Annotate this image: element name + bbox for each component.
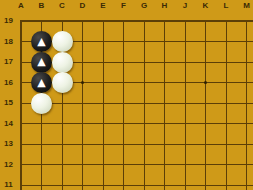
column-label-H: H [159, 1, 171, 11]
grid-vline-H [164, 20, 165, 190]
row-label-17: 17 [1, 57, 16, 67]
grid-vline-J [185, 20, 186, 190]
grid-vline-M [246, 20, 247, 190]
grid-hline-19 [20, 20, 253, 22]
go-board[interactable]: ABCDEFGHJKLM 191817161514131211 ▲▲▲ [0, 0, 253, 190]
stone-white-C16 [52, 72, 73, 93]
column-label-L: L [220, 1, 232, 11]
column-label-A: A [15, 1, 27, 11]
column-label-F: F [118, 1, 130, 11]
triangle-mark-B18: ▲ [31, 31, 52, 52]
stone-white-C17 [52, 52, 73, 73]
grid-vline-K [205, 20, 206, 190]
column-label-C: C [56, 1, 68, 11]
column-label-E: E [97, 1, 109, 11]
grid-hline-15 [20, 103, 253, 104]
grid-vline-L [226, 20, 227, 190]
stone-white-B15 [31, 93, 52, 114]
star-point-D16 [81, 81, 84, 84]
go-app-screenshot: ABCDEFGHJKLM 191817161514131211 ▲▲▲ [0, 0, 253, 190]
column-label-B: B [36, 1, 48, 11]
row-label-12: 12 [1, 160, 16, 170]
grid-vline-F [123, 20, 124, 190]
grid-hline-12 [20, 164, 253, 165]
grid-vline-E [103, 20, 104, 190]
grid-vline-G [144, 20, 145, 190]
grid-vline-A [20, 20, 22, 190]
column-label-D: D [77, 1, 89, 11]
row-label-16: 16 [1, 78, 16, 88]
column-label-M: M [241, 1, 253, 11]
column-label-G: G [138, 1, 150, 11]
row-label-11: 11 [1, 180, 16, 190]
stone-black-B16: ▲ [31, 72, 52, 93]
grid-hline-13 [20, 144, 253, 145]
column-label-J: J [179, 1, 191, 11]
grid-vline-D [82, 20, 83, 190]
grid-hline-11 [20, 185, 253, 186]
star-point-K16 [204, 81, 207, 84]
row-label-14: 14 [1, 119, 16, 129]
row-label-13: 13 [1, 139, 16, 149]
row-label-18: 18 [1, 37, 16, 47]
column-label-K: K [200, 1, 212, 11]
stone-black-B18: ▲ [31, 31, 52, 52]
row-label-19: 19 [1, 16, 16, 26]
triangle-mark-B17: ▲ [31, 52, 52, 73]
triangle-mark-B16: ▲ [31, 72, 52, 93]
stone-white-C18 [52, 31, 73, 52]
grid-hline-14 [20, 123, 253, 124]
stone-black-B17: ▲ [31, 52, 52, 73]
row-label-15: 15 [1, 98, 16, 108]
